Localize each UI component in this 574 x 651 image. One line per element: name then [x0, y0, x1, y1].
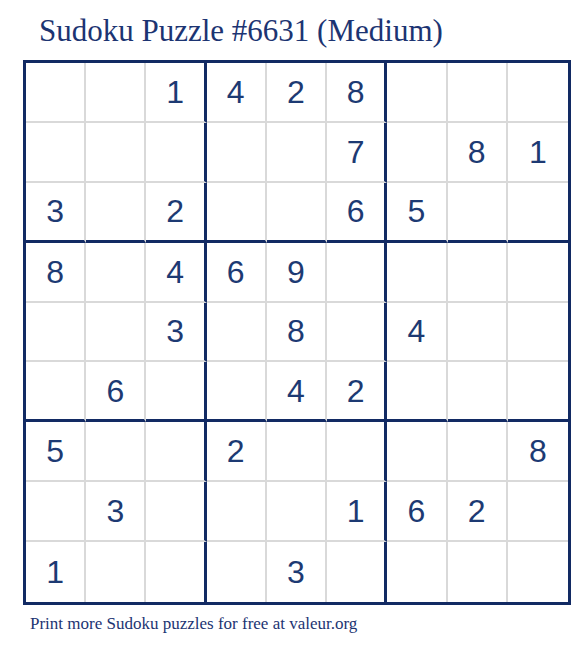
sudoku-cell-r5c1 [26, 303, 86, 363]
sudoku-cell-r8c2: 3 [86, 482, 146, 542]
sudoku-cell-r9c2 [86, 542, 146, 602]
sudoku-cell-r9c3 [146, 542, 206, 602]
sudoku-cell-r4c7 [387, 243, 447, 303]
sudoku-cell-r2c8: 8 [448, 123, 508, 183]
sudoku-cell-r5c9 [508, 303, 568, 363]
sudoku-cell-r3c6: 6 [327, 183, 387, 243]
sudoku-cell-r6c3 [146, 362, 206, 422]
sudoku-cell-r7c3 [146, 422, 206, 482]
sudoku-cell-r3c5 [267, 183, 327, 243]
sudoku-cell-r4c5: 9 [267, 243, 327, 303]
sudoku-cell-r2c6: 7 [327, 123, 387, 183]
sudoku-cell-r1c2 [86, 63, 146, 123]
sudoku-cell-r7c9: 8 [508, 422, 568, 482]
sudoku-cell-r1c5: 2 [267, 63, 327, 123]
sudoku-cell-r4c6 [327, 243, 387, 303]
sudoku-cell-r7c2 [86, 422, 146, 482]
sudoku-cell-r2c7 [387, 123, 447, 183]
sudoku-cell-r3c1: 3 [26, 183, 86, 243]
sudoku-cell-r4c9 [508, 243, 568, 303]
sudoku-cell-r2c1 [26, 123, 86, 183]
sudoku-cell-r3c4 [207, 183, 267, 243]
sudoku-cell-r5c4 [207, 303, 267, 363]
footer-text: Print more Sudoku puzzles for free at va… [30, 614, 357, 634]
sudoku-cell-r1c3: 1 [146, 63, 206, 123]
sudoku-cell-r4c3: 4 [146, 243, 206, 303]
sudoku-cell-r5c3: 3 [146, 303, 206, 363]
sudoku-cell-r5c2 [86, 303, 146, 363]
sudoku-cell-r4c4: 6 [207, 243, 267, 303]
sudoku-cell-r9c5: 3 [267, 542, 327, 602]
sudoku-cell-r7c1: 5 [26, 422, 86, 482]
sudoku-cell-r1c4: 4 [207, 63, 267, 123]
sudoku-cell-r9c8 [448, 542, 508, 602]
sudoku-cell-r8c8: 2 [448, 482, 508, 542]
sudoku-cell-r7c5 [267, 422, 327, 482]
sudoku-cell-r1c9 [508, 63, 568, 123]
sudoku-cell-r1c8 [448, 63, 508, 123]
sudoku-cell-r3c3: 2 [146, 183, 206, 243]
sudoku-cell-r2c9: 1 [508, 123, 568, 183]
sudoku-cell-r6c4 [207, 362, 267, 422]
sudoku-cell-r8c6: 1 [327, 482, 387, 542]
sudoku-cell-r4c8 [448, 243, 508, 303]
sudoku-cell-r9c6 [327, 542, 387, 602]
sudoku-cell-r5c5: 8 [267, 303, 327, 363]
sudoku-cell-r9c1: 1 [26, 542, 86, 602]
sudoku-cell-r6c6: 2 [327, 362, 387, 422]
page-title: Sudoku Puzzle #6631 (Medium) [39, 13, 443, 49]
sudoku-cell-r6c5: 4 [267, 362, 327, 422]
sudoku-cell-r6c8 [448, 362, 508, 422]
sudoku-cell-r2c4 [207, 123, 267, 183]
sudoku-cell-r7c7 [387, 422, 447, 482]
sudoku-cell-r8c3 [146, 482, 206, 542]
sudoku-cell-r9c4 [207, 542, 267, 602]
sudoku-cell-r3c7: 5 [387, 183, 447, 243]
sudoku-cell-r9c7 [387, 542, 447, 602]
sudoku-cell-r6c2: 6 [86, 362, 146, 422]
sudoku-cell-r1c7 [387, 63, 447, 123]
sudoku-cell-r6c7 [387, 362, 447, 422]
sudoku-cell-r2c5 [267, 123, 327, 183]
sudoku-cell-r2c3 [146, 123, 206, 183]
sudoku-cell-r5c7: 4 [387, 303, 447, 363]
sudoku-cell-r2c2 [86, 123, 146, 183]
sudoku-cell-r3c2 [86, 183, 146, 243]
sudoku-cell-r5c8 [448, 303, 508, 363]
sudoku-cell-r7c8 [448, 422, 508, 482]
sudoku-board: 142878132658469384642528316213 [23, 60, 571, 605]
sudoku-cell-r3c9 [508, 183, 568, 243]
sudoku-cell-r8c5 [267, 482, 327, 542]
sudoku-cell-r3c8 [448, 183, 508, 243]
sudoku-cell-r8c4 [207, 482, 267, 542]
sudoku-cell-r6c9 [508, 362, 568, 422]
sudoku-cell-r8c9 [508, 482, 568, 542]
sudoku-cell-r9c9 [508, 542, 568, 602]
sudoku-cell-r1c6: 8 [327, 63, 387, 123]
sudoku-cell-r8c7: 6 [387, 482, 447, 542]
sudoku-cell-r7c6 [327, 422, 387, 482]
sudoku-cell-r4c2 [86, 243, 146, 303]
sudoku-cell-r7c4: 2 [207, 422, 267, 482]
sudoku-cell-r8c1 [26, 482, 86, 542]
sudoku-cell-r6c1 [26, 362, 86, 422]
sudoku-cell-r5c6 [327, 303, 387, 363]
sudoku-cell-r1c1 [26, 63, 86, 123]
sudoku-cell-r4c1: 8 [26, 243, 86, 303]
